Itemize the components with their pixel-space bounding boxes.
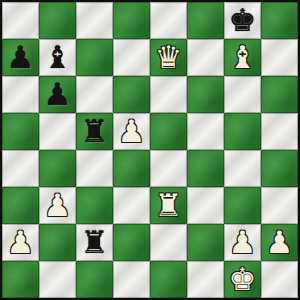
- square-e2[interactable]: [150, 224, 187, 261]
- square-a1[interactable]: [2, 261, 39, 298]
- square-h7[interactable]: [261, 39, 298, 76]
- square-g2[interactable]: ♟: [224, 224, 261, 261]
- square-c2[interactable]: ♜: [76, 224, 113, 261]
- square-f6[interactable]: [187, 76, 224, 113]
- square-e8[interactable]: [150, 2, 187, 39]
- square-c7[interactable]: [76, 39, 113, 76]
- square-d7[interactable]: [113, 39, 150, 76]
- square-d8[interactable]: [113, 2, 150, 39]
- piece-white-king[interactable]: ♚: [229, 261, 257, 298]
- square-h5[interactable]: [261, 113, 298, 150]
- square-a8[interactable]: [2, 2, 39, 39]
- square-a3[interactable]: [2, 187, 39, 224]
- square-c1[interactable]: [76, 261, 113, 298]
- square-f1[interactable]: [187, 261, 224, 298]
- piece-white-pawn[interactable]: ♟: [44, 187, 72, 224]
- square-c4[interactable]: [76, 150, 113, 187]
- square-g8[interactable]: ♚: [224, 2, 261, 39]
- square-c3[interactable]: [76, 187, 113, 224]
- square-d2[interactable]: [113, 224, 150, 261]
- square-a2[interactable]: ♟: [2, 224, 39, 261]
- square-a5[interactable]: [2, 113, 39, 150]
- square-c6[interactable]: [76, 76, 113, 113]
- piece-white-pawn[interactable]: ♟: [7, 224, 35, 261]
- square-f7[interactable]: [187, 39, 224, 76]
- square-h4[interactable]: [261, 150, 298, 187]
- square-b7[interactable]: ♝: [39, 39, 76, 76]
- square-b6[interactable]: ♟: [39, 76, 76, 113]
- square-c8[interactable]: [76, 2, 113, 39]
- piece-white-bishop[interactable]: ♝: [229, 39, 257, 76]
- square-e7[interactable]: ♛: [150, 39, 187, 76]
- square-b1[interactable]: [39, 261, 76, 298]
- square-c5[interactable]: ♜: [76, 113, 113, 150]
- piece-white-pawn[interactable]: ♟: [118, 113, 146, 150]
- square-a7[interactable]: ♟: [2, 39, 39, 76]
- chess-board-frame: ♚♟♝♛♝♟♜♟♟♜♟♜♟♟♚: [0, 0, 300, 300]
- square-e3[interactable]: ♜: [150, 187, 187, 224]
- square-d6[interactable]: [113, 76, 150, 113]
- square-g1[interactable]: ♚: [224, 261, 261, 298]
- square-b2[interactable]: [39, 224, 76, 261]
- square-e5[interactable]: [150, 113, 187, 150]
- piece-white-rook[interactable]: ♜: [155, 187, 183, 224]
- square-e6[interactable]: [150, 76, 187, 113]
- square-b3[interactable]: ♟: [39, 187, 76, 224]
- piece-black-pawn[interactable]: ♟: [44, 76, 72, 113]
- square-g4[interactable]: [224, 150, 261, 187]
- piece-white-pawn[interactable]: ♟: [266, 224, 294, 261]
- square-g6[interactable]: [224, 76, 261, 113]
- square-g3[interactable]: [224, 187, 261, 224]
- square-g5[interactable]: [224, 113, 261, 150]
- piece-white-queen[interactable]: ♛: [155, 39, 183, 76]
- piece-black-rook[interactable]: ♜: [81, 224, 109, 261]
- square-f5[interactable]: [187, 113, 224, 150]
- square-h3[interactable]: [261, 187, 298, 224]
- piece-white-pawn[interactable]: ♟: [229, 224, 257, 261]
- square-b5[interactable]: [39, 113, 76, 150]
- square-f3[interactable]: [187, 187, 224, 224]
- square-h8[interactable]: [261, 2, 298, 39]
- square-f4[interactable]: [187, 150, 224, 187]
- piece-black-rook[interactable]: ♜: [81, 113, 109, 150]
- square-g7[interactable]: ♝: [224, 39, 261, 76]
- square-d4[interactable]: [113, 150, 150, 187]
- square-h1[interactable]: [261, 261, 298, 298]
- square-e1[interactable]: [150, 261, 187, 298]
- square-f2[interactable]: [187, 224, 224, 261]
- square-h6[interactable]: [261, 76, 298, 113]
- piece-black-bishop[interactable]: ♝: [44, 39, 72, 76]
- chess-board: ♚♟♝♛♝♟♜♟♟♜♟♜♟♟♚: [2, 2, 298, 298]
- piece-black-king[interactable]: ♚: [229, 2, 257, 39]
- square-d5[interactable]: ♟: [113, 113, 150, 150]
- square-b4[interactable]: [39, 150, 76, 187]
- piece-black-pawn[interactable]: ♟: [7, 39, 35, 76]
- square-a6[interactable]: [2, 76, 39, 113]
- square-a4[interactable]: [2, 150, 39, 187]
- square-b8[interactable]: [39, 2, 76, 39]
- square-f8[interactable]: [187, 2, 224, 39]
- square-d1[interactable]: [113, 261, 150, 298]
- square-d3[interactable]: [113, 187, 150, 224]
- square-h2[interactable]: ♟: [261, 224, 298, 261]
- square-e4[interactable]: [150, 150, 187, 187]
